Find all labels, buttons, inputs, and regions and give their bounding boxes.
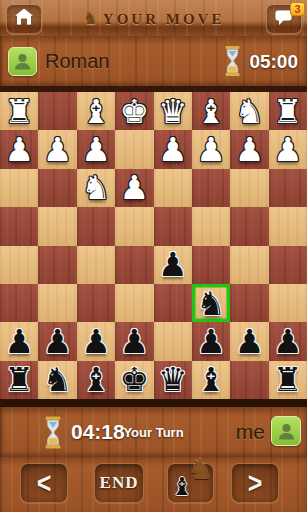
black-pawn: ♟: [235, 325, 265, 358]
square-f3[interactable]: ♞: [77, 169, 115, 207]
square-g1[interactable]: [38, 92, 76, 130]
square-f8[interactable]: ♝: [77, 361, 115, 399]
square-b1[interactable]: ♞: [230, 92, 268, 130]
square-c7[interactable]: ♟: [192, 322, 230, 360]
my-avatar[interactable]: [271, 416, 301, 446]
white-pawn: ♟: [273, 133, 303, 166]
end-game-button[interactable]: END: [94, 463, 144, 503]
white-knight: ♞: [235, 95, 265, 128]
black-pawn: ♟: [43, 325, 73, 358]
white-pawn: ♟: [120, 171, 150, 204]
white-rook: ♜: [273, 95, 303, 128]
square-h7[interactable]: ♟: [0, 322, 38, 360]
pieces-button[interactable]: ♞ ♝: [167, 463, 214, 503]
end-button-label: END: [100, 473, 139, 493]
square-e1[interactable]: ♚: [115, 92, 153, 130]
square-a1[interactable]: ♜: [269, 92, 307, 130]
square-e5[interactable]: [115, 246, 153, 284]
black-knight: ♞: [196, 287, 226, 320]
square-e7[interactable]: ♟: [115, 322, 153, 360]
square-b3[interactable]: [230, 169, 268, 207]
square-c1[interactable]: ♝: [192, 92, 230, 130]
square-a3[interactable]: [269, 169, 307, 207]
square-a7[interactable]: ♟: [269, 322, 307, 360]
white-king: ♚: [120, 95, 150, 128]
opponent-name: Roman: [45, 50, 109, 73]
square-e4[interactable]: [115, 207, 153, 245]
my-bar: 04:18 Your Turn me: [0, 407, 307, 457]
square-b2[interactable]: ♟: [230, 130, 268, 168]
white-pawn: ♟: [196, 133, 226, 166]
white-pawn: ♟: [235, 133, 265, 166]
square-d5[interactable]: ♟: [154, 246, 192, 284]
prev-move-button[interactable]: <: [20, 463, 68, 503]
square-f2[interactable]: ♟: [77, 130, 115, 168]
square-c2[interactable]: ♟: [192, 130, 230, 168]
square-h2[interactable]: ♟: [0, 130, 38, 168]
square-b4[interactable]: [230, 207, 268, 245]
white-pawn: ♟: [43, 133, 73, 166]
black-queen: ♛: [158, 363, 188, 396]
white-bishop: ♝: [81, 95, 111, 128]
square-g5[interactable]: [38, 246, 76, 284]
square-f5[interactable]: [77, 246, 115, 284]
opponent-hourglass-icon: [224, 45, 241, 81]
my-name: me: [236, 420, 265, 444]
opponent-bar: Roman 05:00: [0, 36, 307, 86]
white-rook: ♜: [4, 95, 34, 128]
square-f6[interactable]: [77, 284, 115, 322]
square-h3[interactable]: [0, 169, 38, 207]
person-icon: [12, 51, 33, 72]
square-d8[interactable]: ♛: [154, 361, 192, 399]
white-queen: ♛: [158, 95, 188, 128]
white-knight: ♞: [81, 171, 111, 204]
black-pawn: ♟: [196, 325, 226, 358]
home-button[interactable]: [6, 4, 42, 34]
black-pawn: ♟: [120, 325, 150, 358]
chess-app-screen: ♞ YOUR MOVE 3 Roman: [0, 0, 307, 512]
square-e6[interactable]: [115, 284, 153, 322]
white-pawn: ♟: [4, 133, 34, 166]
opponent-clock: 05:00: [249, 51, 298, 73]
square-d6[interactable]: [154, 284, 192, 322]
square-b5[interactable]: [230, 246, 268, 284]
square-g8[interactable]: ♞: [38, 361, 76, 399]
white-pawn: ♟: [81, 133, 111, 166]
square-e3[interactable]: ♟: [115, 169, 153, 207]
black-bishop: ♝: [196, 363, 226, 396]
square-h6[interactable]: [0, 284, 38, 322]
square-b7[interactable]: ♟: [230, 322, 268, 360]
black-bishop-icon: ♝: [171, 474, 193, 499]
title-group: ♞ YOUR MOVE: [83, 10, 225, 27]
square-h5[interactable]: [0, 246, 38, 284]
bottom-controls: < END ♞ ♝ >: [0, 457, 307, 512]
square-c5[interactable]: [192, 246, 230, 284]
page-title: YOUR MOVE: [103, 12, 225, 27]
person-icon: [276, 421, 297, 442]
knight-figurine-icon: ♞: [83, 10, 98, 27]
black-pawn: ♟: [158, 248, 188, 281]
white-pawn: ♟: [158, 133, 188, 166]
square-c6[interactable]: ♞: [192, 284, 230, 322]
square-d2[interactable]: ♟: [154, 130, 192, 168]
square-h1[interactable]: ♜: [0, 92, 38, 130]
board-frame: ♜♝♚♛♝♞♜♟♟♟♟♟♟♟♞♟♟♞♟♟♟♟♟♟♟♜♞♝♚♛♝♜: [0, 86, 307, 407]
square-e2[interactable]: [115, 130, 153, 168]
black-bishop: ♝: [81, 363, 111, 396]
black-pawn: ♟: [81, 325, 111, 358]
chat-button[interactable]: 3: [266, 4, 302, 34]
square-f7[interactable]: ♟: [77, 322, 115, 360]
white-bishop: ♝: [196, 95, 226, 128]
square-a5[interactable]: [269, 246, 307, 284]
square-c4[interactable]: [192, 207, 230, 245]
square-a2[interactable]: ♟: [269, 130, 307, 168]
opponent-avatar[interactable]: [8, 47, 37, 76]
square-c3[interactable]: [192, 169, 230, 207]
square-g4[interactable]: [38, 207, 76, 245]
home-icon: [13, 7, 35, 31]
square-h8[interactable]: ♜: [0, 361, 38, 399]
square-a4[interactable]: [269, 207, 307, 245]
black-king: ♚: [120, 363, 150, 396]
square-f1[interactable]: ♝: [77, 92, 115, 130]
black-pawn: ♟: [273, 325, 303, 358]
square-a8[interactable]: ♜: [269, 361, 307, 399]
square-g3[interactable]: [38, 169, 76, 207]
square-g2[interactable]: ♟: [38, 130, 76, 168]
chevron-left-icon: <: [37, 469, 52, 498]
square-d1[interactable]: ♛: [154, 92, 192, 130]
square-b6[interactable]: [230, 284, 268, 322]
square-g7[interactable]: ♟: [38, 322, 76, 360]
chevron-right-icon: >: [248, 469, 263, 498]
chat-unread-badge: 3: [290, 2, 305, 16]
square-e8[interactable]: ♚: [115, 361, 153, 399]
top-bar: ♞ YOUR MOVE 3: [0, 0, 307, 36]
square-d3[interactable]: [154, 169, 192, 207]
next-move-button[interactable]: >: [231, 463, 279, 503]
square-c8[interactable]: ♝: [192, 361, 230, 399]
square-h4[interactable]: [0, 207, 38, 245]
square-d7[interactable]: [154, 322, 192, 360]
square-b8[interactable]: [230, 361, 268, 399]
square-d4[interactable]: [154, 207, 192, 245]
board: ♜♝♚♛♝♞♜♟♟♟♟♟♟♟♞♟♟♞♟♟♟♟♟♟♟♜♞♝♚♛♝♜: [0, 92, 307, 399]
square-f4[interactable]: [77, 207, 115, 245]
black-pawn: ♟: [4, 325, 34, 358]
square-g6[interactable]: [38, 284, 76, 322]
black-rook: ♜: [4, 363, 34, 396]
square-a6[interactable]: [269, 284, 307, 322]
black-rook: ♜: [273, 363, 303, 396]
black-knight: ♞: [43, 363, 73, 396]
